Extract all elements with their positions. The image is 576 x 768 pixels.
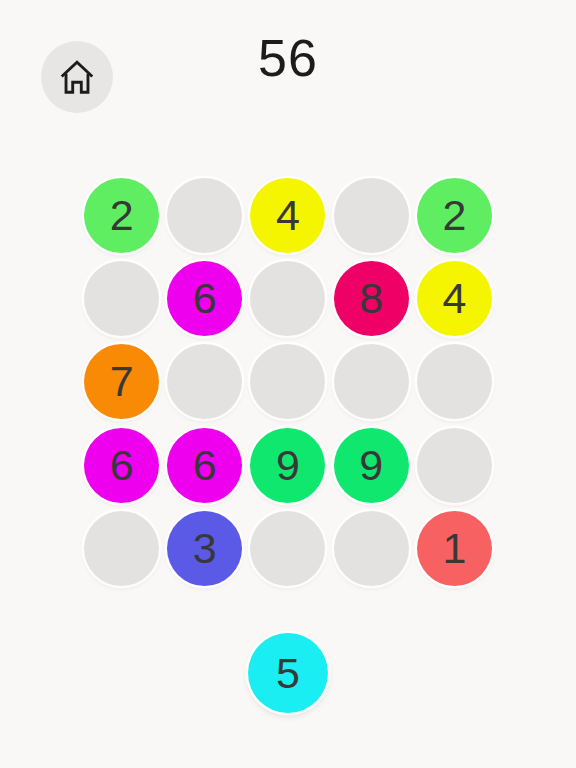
board-cell-empty[interactable]	[413, 340, 496, 423]
next-ball-value: 5	[276, 652, 300, 695]
board-cell-empty[interactable]	[80, 257, 163, 340]
empty-slot	[84, 511, 159, 586]
ball-value: 2	[110, 194, 134, 237]
board-cell-empty[interactable]	[246, 340, 329, 423]
next-ball[interactable]: 5	[248, 633, 328, 713]
board-cell-empty[interactable]	[163, 174, 246, 257]
board-cell-empty[interactable]	[246, 507, 329, 590]
ball-2: 2	[417, 178, 492, 253]
ball-6: 6	[167, 428, 242, 503]
board-cell-ball[interactable]: 8	[330, 257, 413, 340]
board-cell-ball[interactable]: 1	[413, 507, 496, 590]
ball-value: 6	[193, 444, 217, 487]
score-display: 56	[0, 32, 576, 84]
board-cell-ball[interactable]: 2	[413, 174, 496, 257]
ball-value: 2	[442, 194, 466, 237]
game-board: 2426847669931	[80, 174, 496, 590]
empty-slot	[84, 261, 159, 336]
ball-value: 6	[110, 444, 134, 487]
board-cell-ball[interactable]: 9	[330, 424, 413, 507]
board-cell-ball[interactable]: 3	[163, 507, 246, 590]
ball-9: 9	[250, 428, 325, 503]
ball-7: 7	[84, 344, 159, 419]
empty-slot	[250, 261, 325, 336]
board-cell-ball[interactable]: 7	[80, 340, 163, 423]
board-cell-empty[interactable]	[330, 174, 413, 257]
empty-slot	[167, 344, 242, 419]
empty-slot	[250, 344, 325, 419]
ball-value: 4	[276, 194, 300, 237]
board-cell-ball[interactable]: 4	[246, 174, 329, 257]
ball-4: 4	[250, 178, 325, 253]
board-cell-empty[interactable]	[330, 340, 413, 423]
empty-slot	[250, 511, 325, 586]
ball-1: 1	[417, 511, 492, 586]
board-cell-ball[interactable]: 2	[80, 174, 163, 257]
ball-9: 9	[334, 428, 409, 503]
ball-value: 3	[193, 527, 217, 570]
board-cell-ball[interactable]: 6	[80, 424, 163, 507]
ball-8: 8	[334, 261, 409, 336]
board-cell-empty[interactable]	[330, 507, 413, 590]
board-cell-ball[interactable]: 4	[413, 257, 496, 340]
board-cell-ball[interactable]: 6	[163, 424, 246, 507]
ball-value: 1	[442, 527, 466, 570]
board-cell-ball[interactable]: 6	[163, 257, 246, 340]
empty-slot	[167, 178, 242, 253]
ball-value: 9	[276, 444, 300, 487]
empty-slot	[417, 344, 492, 419]
empty-slot	[417, 428, 492, 503]
ball-3: 3	[167, 511, 242, 586]
ball-2: 2	[84, 178, 159, 253]
ball-value: 8	[359, 277, 383, 320]
empty-slot	[334, 344, 409, 419]
board-cell-empty[interactable]	[80, 507, 163, 590]
ball-value: 6	[193, 277, 217, 320]
empty-slot	[334, 511, 409, 586]
ball-value: 4	[442, 277, 466, 320]
ball-value: 7	[110, 360, 134, 403]
board-cell-empty[interactable]	[413, 424, 496, 507]
ball-value: 9	[359, 444, 383, 487]
board-cell-empty[interactable]	[163, 340, 246, 423]
ball-6: 6	[84, 428, 159, 503]
board-cell-empty[interactable]	[246, 257, 329, 340]
ball-4: 4	[417, 261, 492, 336]
ball-6: 6	[167, 261, 242, 336]
empty-slot	[334, 178, 409, 253]
board-cell-ball[interactable]: 9	[246, 424, 329, 507]
